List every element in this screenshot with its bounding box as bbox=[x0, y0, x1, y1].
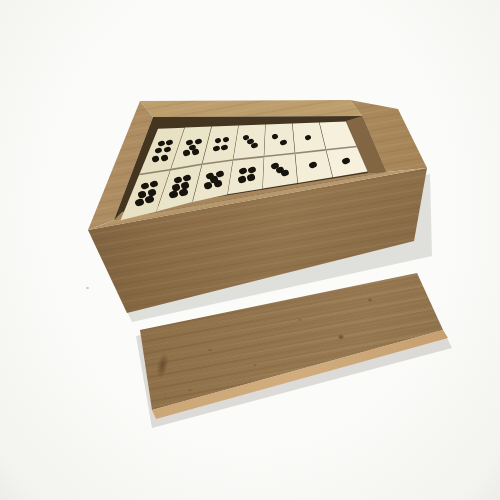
domino-tile[interactable] bbox=[0, 0, 500, 500]
domino-tile[interactable] bbox=[0, 0, 500, 500]
tile-divider bbox=[0, 0, 500, 500]
tile-divider bbox=[0, 0, 500, 500]
tile-shading bbox=[0, 0, 500, 500]
tile-shading bbox=[0, 0, 500, 500]
tile-shading bbox=[0, 0, 500, 500]
domino-tile[interactable] bbox=[0, 0, 500, 500]
tile-divider bbox=[0, 0, 500, 500]
domino-tile[interactable] bbox=[0, 0, 500, 500]
tile-divider bbox=[0, 0, 500, 500]
tile-divider bbox=[0, 0, 500, 500]
domino-tile[interactable] bbox=[0, 0, 500, 500]
tile-shading bbox=[0, 0, 500, 500]
photo-scene bbox=[0, 0, 500, 500]
tile-shading bbox=[0, 0, 500, 500]
domino-tile[interactable] bbox=[0, 0, 500, 500]
domino-tile[interactable] bbox=[0, 0, 500, 500]
tile-shading bbox=[0, 0, 500, 500]
tile-divider bbox=[0, 0, 500, 500]
tile-shading bbox=[0, 0, 500, 500]
tile-divider bbox=[0, 0, 500, 500]
dominoes-row bbox=[0, 0, 500, 500]
